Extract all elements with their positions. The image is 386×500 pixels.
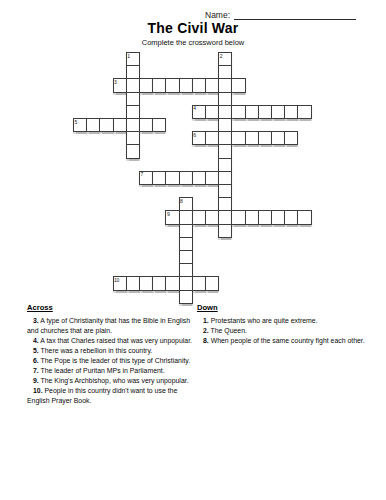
grid-cell[interactable] [218,65,232,79]
grid-cell[interactable] [126,118,140,132]
clue-number: 1 [127,53,129,59]
grid-cell[interactable] [179,276,193,290]
grid-cell[interactable]: 1 [126,52,140,66]
grid-cell[interactable] [205,78,219,92]
grid-cell[interactable] [126,105,140,119]
page-title: The Civil War [0,20,386,36]
grid-cell[interactable] [152,78,166,92]
clue-item-number: 5. [33,347,39,354]
grid-cell[interactable] [165,78,179,92]
grid-cell[interactable] [179,250,193,264]
grid-cell[interactable] [231,105,245,119]
grid-cell[interactable] [192,210,206,224]
clue-item: 8. When people of the same country fight… [197,336,380,346]
grid-cell[interactable]: 6 [192,131,206,145]
grid-cell[interactable] [179,224,193,238]
grid-cell[interactable] [205,105,219,119]
grid-cell[interactable] [245,210,259,224]
clue-item: 9. The King's Archbishop, who was very u… [27,376,197,386]
down-header: Down [197,303,380,312]
across-header: Across [27,303,197,312]
across-clues-column: Across 3. A type of Christianity that ha… [27,303,197,406]
grid-cell[interactable] [218,158,232,172]
grid-cell[interactable] [152,118,166,132]
grid-cell[interactable] [218,118,232,132]
grid-cell[interactable] [126,131,140,145]
page-subtitle: Complete the crossword below [0,38,386,47]
grid-cell[interactable] [179,237,193,251]
grid-cell[interactable] [192,276,206,290]
down-clues-column: Down 1. Protestants who are quite extrem… [197,303,380,406]
grid-cell[interactable] [86,118,100,132]
clue-item-number: 7. [33,367,39,374]
clues-section: Across 3. A type of Christianity that ha… [27,303,380,406]
grid-cell[interactable] [113,118,127,132]
grid-cell[interactable] [218,92,232,106]
clue-item: 5. There was a rebellion in this country… [27,346,197,356]
clue-number: 8 [180,198,182,204]
crossword-grid: 12345678910 [73,52,312,304]
grid-cell[interactable] [284,105,298,119]
grid-cell[interactable]: 10 [113,276,127,290]
clue-number: 4 [193,105,195,111]
name-label: Name: [205,10,230,20]
grid-cell[interactable] [205,171,219,185]
grid-cell[interactable] [126,92,140,106]
grid-cell[interactable]: 8 [179,197,193,211]
grid-cell[interactable] [152,171,166,185]
grid-cell[interactable] [245,105,259,119]
grid-cell[interactable] [218,78,232,92]
grid-cell[interactable] [152,276,166,290]
grid-cell[interactable] [284,131,298,145]
clue-item-number: 4. [33,337,39,344]
grid-cell[interactable] [218,210,232,224]
grid-cell[interactable] [126,276,140,290]
clue-item-number: 10. [33,387,43,394]
clue-item-number: 3. [33,317,39,324]
name-row: Name: [205,8,356,20]
grid-cell[interactable] [192,171,206,185]
grid-cell[interactable] [205,131,219,145]
clue-item-number: 2. [203,327,209,334]
grid-cell[interactable] [271,210,285,224]
clue-number: 10 [114,277,119,283]
clue-item: 10. People in this country didn't want t… [27,386,197,406]
grid-cell[interactable] [218,184,232,198]
grid-cell[interactable]: 9 [165,210,179,224]
grid-cell[interactable] [271,131,285,145]
grid-cell[interactable] [271,105,285,119]
grid-cell[interactable] [165,171,179,185]
grid-cell[interactable]: 4 [192,105,206,119]
grid-cell[interactable] [192,78,206,92]
grid-cell[interactable] [231,210,245,224]
clue-item-number: 8. [203,337,209,344]
clue-number: 9 [167,211,169,217]
grid-cell[interactable] [165,276,179,290]
grid-cell[interactable] [179,78,193,92]
across-clues-list: 3. A type of Christianity that has the B… [27,316,197,406]
grid-cell[interactable] [205,210,219,224]
grid-cell[interactable]: 5 [73,118,87,132]
down-clues-list: 1. Protestants who are quite extreme.2. … [197,316,380,346]
clue-number: 3 [114,79,116,85]
grid-cell[interactable] [218,144,232,158]
clue-item-number: 6. [33,357,39,364]
name-blank-line[interactable] [234,8,356,20]
clue-item: 3. A type of Christianity that has the B… [27,316,197,336]
clue-item: 6. The Pope is the leader of this type o… [27,356,197,366]
grid-cell[interactable] [179,210,193,224]
clue-item: 4. A tax that Charles raised that was ve… [27,336,197,346]
grid-cell[interactable] [218,171,232,185]
grid-cell[interactable]: 7 [139,171,153,185]
clue-number: 2 [220,53,222,59]
grid-cell[interactable] [126,144,140,158]
clue-number: 6 [193,132,195,138]
grid-cell[interactable] [139,276,153,290]
worksheet-page: Name: The Civil War Complete the crosswo… [0,0,386,500]
grid-cell[interactable]: 2 [218,52,232,66]
grid-cell[interactable] [179,171,193,185]
grid-cell[interactable] [99,118,113,132]
grid-cell[interactable] [297,210,311,224]
grid-cell[interactable] [205,276,219,290]
grid-cell[interactable] [218,197,232,211]
grid-cell[interactable] [258,131,272,145]
clue-item-number: 1. [203,317,209,324]
clue-item: 7. The leader of Puritan MPs in Parliame… [27,366,197,376]
grid-cell[interactable] [139,118,153,132]
grid-cell[interactable] [245,131,259,145]
grid-cell[interactable] [218,105,232,119]
grid-cell[interactable] [231,78,245,92]
grid-cell[interactable] [139,78,153,92]
grid-cell[interactable] [284,210,298,224]
grid-cell[interactable] [218,224,232,238]
clue-item: 1. Protestants who are quite extreme. [197,316,380,326]
clue-item-number: 9. [33,377,39,384]
grid-cell[interactable] [231,131,245,145]
grid-cell[interactable] [258,210,272,224]
grid-cell[interactable]: 3 [113,78,127,92]
clue-item: 2. The Queen. [197,326,380,336]
grid-cell[interactable] [258,105,272,119]
grid-cell[interactable] [126,78,140,92]
grid-cell[interactable] [218,131,232,145]
grid-cell[interactable] [179,263,193,277]
grid-cell[interactable] [297,105,311,119]
clue-number: 5 [75,119,77,125]
clue-number: 7 [141,171,143,177]
grid-cell[interactable] [179,290,193,304]
grid-cell[interactable] [126,65,140,79]
